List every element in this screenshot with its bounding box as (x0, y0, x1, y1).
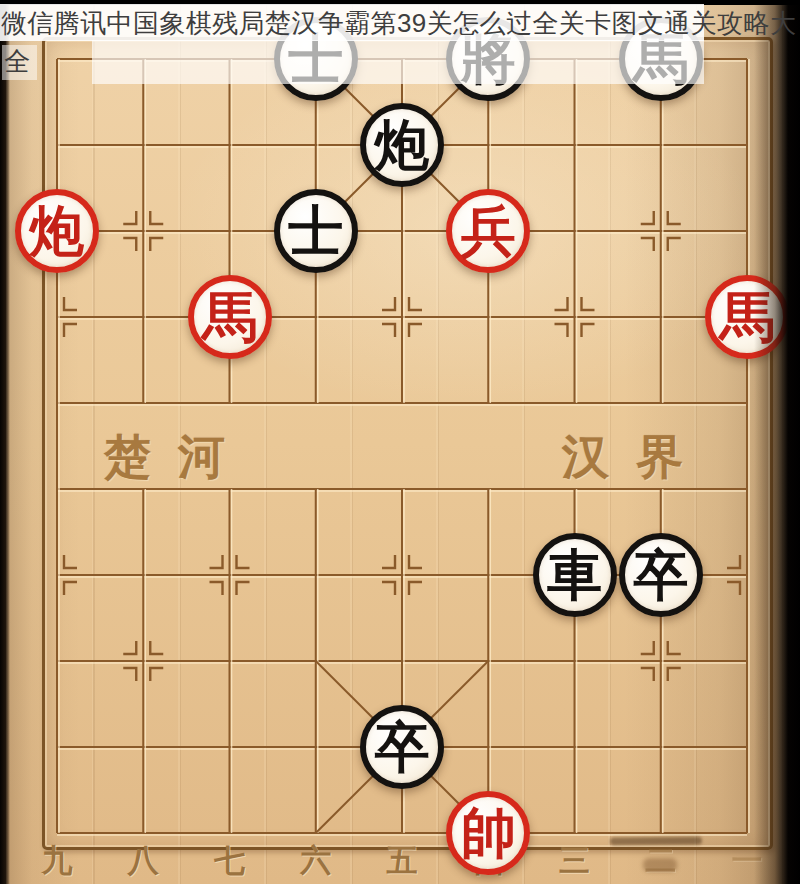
title-overlay-band (92, 40, 704, 84)
file-label-3: 七 (214, 840, 245, 882)
artifact-smudge (643, 858, 677, 872)
artifact-smudge (610, 837, 702, 846)
file-label-5: 五 (387, 840, 418, 882)
piece-red-general[interactable]: 帥 (446, 791, 530, 875)
article-title-line1: 微信腾讯中国象棋残局楚汉争霸第39关怎么过全关卡图文通关攻略大 (1, 9, 800, 38)
piece-black-cannon[interactable]: 炮 (360, 103, 444, 187)
file-label-1: 九 (42, 840, 73, 882)
piece-black-advisor-b[interactable]: 士 (274, 189, 358, 273)
screenshot-root: 楚河 汉界 九八七六五四三二一 士將馬炮士炮兵馬馬車卒卒帥 微信腾讯中国象棋残局… (0, 0, 800, 884)
piece-black-soldier-a[interactable]: 卒 (619, 533, 703, 617)
river-label-han-jie: 汉界 (562, 426, 710, 489)
file-label-4: 六 (300, 840, 331, 882)
piece-red-soldier[interactable]: 兵 (446, 189, 530, 273)
piece-black-chariot[interactable]: 車 (533, 533, 617, 617)
screen-edge-right (754, 0, 800, 884)
piece-black-soldier-b[interactable]: 卒 (360, 705, 444, 789)
file-label-7: 三 (559, 840, 590, 882)
screen-edge-left (0, 0, 10, 884)
piece-red-cannon[interactable]: 炮 (15, 189, 99, 273)
file-label-2: 八 (128, 840, 159, 882)
piece-red-horse-a[interactable]: 馬 (188, 275, 272, 359)
article-title-line2: 全 (2, 45, 37, 80)
river-label-chu-he: 楚河 (104, 426, 252, 489)
